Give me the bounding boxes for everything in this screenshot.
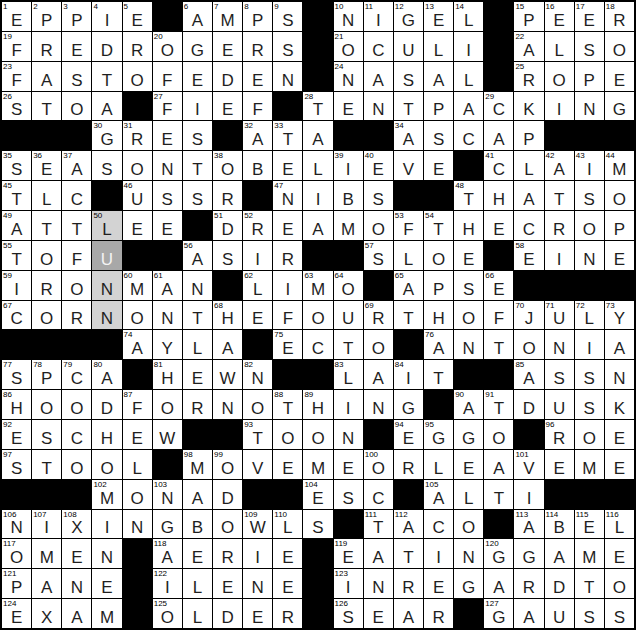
cell-r14c5[interactable]: 87F bbox=[123, 390, 152, 419]
cell-r20c19[interactable]: D bbox=[545, 569, 574, 598]
cell-r9c1[interactable]: 55T bbox=[2, 241, 31, 270]
cell-r6c7[interactable]: T bbox=[183, 151, 212, 180]
cell-r6c15[interactable]: E bbox=[424, 151, 453, 180]
cell-r5c6[interactable]: E bbox=[153, 121, 182, 150]
cell-r4c3[interactable]: O bbox=[62, 92, 91, 121]
cell-r18c14[interactable]: 112A bbox=[394, 510, 423, 539]
cell-r20c8[interactable]: E bbox=[213, 569, 242, 598]
cell-r4c1[interactable]: 26S bbox=[2, 92, 31, 121]
cell-r1c15[interactable]: 13E bbox=[424, 2, 453, 31]
cell-r13c4[interactable]: 80A bbox=[92, 360, 121, 389]
cell-r4c6[interactable]: 27F bbox=[153, 92, 182, 121]
cell-r14c19[interactable]: U bbox=[545, 390, 574, 419]
cell-r3c18[interactable]: 25R bbox=[514, 62, 543, 91]
cell-r21c14[interactable]: A bbox=[394, 599, 423, 628]
cell-r5c5[interactable]: 31R bbox=[123, 121, 152, 150]
cell-r16c21[interactable]: E bbox=[605, 450, 634, 479]
cell-r6c8[interactable]: 38O bbox=[213, 151, 242, 180]
cell-r16c17[interactable]: A bbox=[484, 450, 513, 479]
cell-r9c21[interactable]: E bbox=[605, 241, 634, 270]
cell-r6c6[interactable]: N bbox=[153, 151, 182, 180]
cell-r13c8[interactable]: W bbox=[213, 360, 242, 389]
cell-r2c12[interactable]: 21O bbox=[334, 32, 363, 61]
cell-r14c2[interactable]: O bbox=[32, 390, 61, 419]
cell-r11c10[interactable]: F bbox=[273, 301, 302, 330]
cell-r19c3[interactable]: E bbox=[62, 539, 91, 568]
cell-r3c6[interactable]: F bbox=[153, 62, 182, 91]
cell-r4c16[interactable]: A bbox=[454, 92, 483, 121]
cell-r10c16[interactable]: S bbox=[454, 271, 483, 300]
cell-r15c5[interactable]: E bbox=[123, 420, 152, 449]
cell-r3c7[interactable]: E bbox=[183, 62, 212, 91]
cell-r13c19[interactable]: S bbox=[545, 360, 574, 389]
cell-r8c8[interactable]: 51D bbox=[213, 211, 242, 240]
cell-r20c14[interactable]: R bbox=[394, 569, 423, 598]
cell-r19c8[interactable]: R bbox=[213, 539, 242, 568]
cell-r21c17[interactable]: 127G bbox=[484, 599, 513, 628]
cell-r20c9[interactable]: N bbox=[243, 569, 272, 598]
cell-r17c18[interactable]: I bbox=[514, 480, 543, 509]
cell-r15c3[interactable]: C bbox=[62, 420, 91, 449]
cell-r9c7[interactable]: 56A bbox=[183, 241, 212, 270]
cell-r17c6[interactable]: 103N bbox=[153, 480, 182, 509]
cell-r19c10[interactable]: E bbox=[273, 539, 302, 568]
cell-r12c10[interactable]: 75E bbox=[273, 330, 302, 359]
cell-r4c13[interactable]: N bbox=[364, 92, 393, 121]
cell-r2c6[interactable]: 20O bbox=[153, 32, 182, 61]
cell-r8c14[interactable]: 53F bbox=[394, 211, 423, 240]
cell-r17c17[interactable]: T bbox=[484, 480, 513, 509]
cell-r3c14[interactable]: S bbox=[394, 62, 423, 91]
cell-r7c8[interactable]: R bbox=[213, 181, 242, 210]
cell-r21c9[interactable]: E bbox=[243, 599, 272, 628]
cell-r21c18[interactable]: A bbox=[514, 599, 543, 628]
cell-r2c3[interactable]: E bbox=[62, 32, 91, 61]
cell-r17c4[interactable]: 102M bbox=[92, 480, 121, 509]
cell-r18c8[interactable]: O bbox=[213, 510, 242, 539]
cell-r6c10[interactable]: E bbox=[273, 151, 302, 180]
cell-r6c5[interactable]: O bbox=[123, 151, 152, 180]
cell-r1c10[interactable]: 9S bbox=[273, 2, 302, 31]
cell-r12c15[interactable]: 76A bbox=[424, 330, 453, 359]
cell-r11c21[interactable]: 73Y bbox=[605, 301, 634, 330]
cell-r15c20[interactable]: O bbox=[575, 420, 604, 449]
cell-r10c17[interactable]: 66E bbox=[484, 271, 513, 300]
cell-r21c3[interactable]: A bbox=[62, 599, 91, 628]
cell-r3c8[interactable]: D bbox=[213, 62, 242, 91]
cell-r4c21[interactable]: G bbox=[605, 92, 634, 121]
cell-r21c20[interactable]: S bbox=[575, 599, 604, 628]
cell-r9c19[interactable]: I bbox=[545, 241, 574, 270]
cell-r13c20[interactable]: S bbox=[575, 360, 604, 389]
cell-r13c2[interactable]: 78P bbox=[32, 360, 61, 389]
cell-r11c12[interactable]: U bbox=[334, 301, 363, 330]
cell-r3c5[interactable]: O bbox=[123, 62, 152, 91]
cell-r21c12[interactable]: 126S bbox=[334, 599, 363, 628]
cell-r18c2[interactable]: 107I bbox=[32, 510, 61, 539]
cell-r19c19[interactable]: A bbox=[545, 539, 574, 568]
cell-r4c2[interactable]: T bbox=[32, 92, 61, 121]
cell-r10c7[interactable]: N bbox=[183, 271, 212, 300]
cell-r4c20[interactable]: N bbox=[575, 92, 604, 121]
cell-r15c17[interactable]: O bbox=[484, 420, 513, 449]
cell-r18c18[interactable]: 113A bbox=[514, 510, 543, 539]
cell-r11c14[interactable]: T bbox=[394, 301, 423, 330]
cell-r3c2[interactable]: A bbox=[32, 62, 61, 91]
cell-r1c16[interactable]: 14L bbox=[454, 2, 483, 31]
cell-r5c4[interactable]: 30G bbox=[92, 121, 121, 150]
cell-r7c7[interactable]: S bbox=[183, 181, 212, 210]
cell-r6c20[interactable]: 43I bbox=[575, 151, 604, 180]
cell-r11c9[interactable]: E bbox=[243, 301, 272, 330]
cell-r12c13[interactable]: O bbox=[364, 330, 393, 359]
cell-r5c10[interactable]: 33T bbox=[273, 121, 302, 150]
cell-r21c13[interactable]: E bbox=[364, 599, 393, 628]
cell-r10c9[interactable]: 62L bbox=[243, 271, 272, 300]
cell-r21c2[interactable]: X bbox=[32, 599, 61, 628]
cell-r20c13[interactable]: N bbox=[364, 569, 393, 598]
cell-r19c13[interactable]: A bbox=[364, 539, 393, 568]
cell-r16c14[interactable]: R bbox=[394, 450, 423, 479]
cell-r10c6[interactable]: 61A bbox=[153, 271, 182, 300]
cell-r17c15[interactable]: 105A bbox=[424, 480, 453, 509]
cell-r7c1[interactable]: 45T bbox=[2, 181, 31, 210]
cell-r16c15[interactable]: L bbox=[424, 450, 453, 479]
cell-r3c21[interactable]: E bbox=[605, 62, 634, 91]
cell-r7c17[interactable]: H bbox=[484, 181, 513, 210]
cell-r13c21[interactable]: N bbox=[605, 360, 634, 389]
cell-r13c9[interactable]: 82N bbox=[243, 360, 272, 389]
cell-r15c14[interactable]: 94E bbox=[394, 420, 423, 449]
cell-r6c19[interactable]: 42A bbox=[545, 151, 574, 180]
cell-r8c17[interactable]: E bbox=[484, 211, 513, 240]
cell-r14c11[interactable]: 89H bbox=[303, 390, 332, 419]
cell-r5c14[interactable]: 34A bbox=[394, 121, 423, 150]
cell-r6c18[interactable]: L bbox=[514, 151, 543, 180]
cell-r20c7[interactable]: L bbox=[183, 569, 212, 598]
cell-r20c3[interactable]: N bbox=[62, 569, 91, 598]
cell-r20c16[interactable]: G bbox=[454, 569, 483, 598]
cell-r20c18[interactable]: R bbox=[514, 569, 543, 598]
cell-r4c18[interactable]: K bbox=[514, 92, 543, 121]
cell-r4c17[interactable]: 29C bbox=[484, 92, 513, 121]
cell-r16c18[interactable]: 101V bbox=[514, 450, 543, 479]
cell-r6c17[interactable]: 41C bbox=[484, 151, 513, 180]
cell-r3c16[interactable]: L bbox=[454, 62, 483, 91]
cell-r6c3[interactable]: 37A bbox=[62, 151, 91, 180]
cell-r20c10[interactable]: E bbox=[273, 569, 302, 598]
cell-r16c20[interactable]: M bbox=[575, 450, 604, 479]
cell-r20c21[interactable]: O bbox=[605, 569, 634, 598]
cell-r4c4[interactable]: A bbox=[92, 92, 121, 121]
cell-r9c4[interactable]: U bbox=[92, 241, 121, 270]
cell-r7c19[interactable]: T bbox=[545, 181, 574, 210]
cell-r8c4[interactable]: 50L bbox=[92, 211, 121, 240]
cell-r2c16[interactable]: I bbox=[454, 32, 483, 61]
cell-r11c19[interactable]: 71U bbox=[545, 301, 574, 330]
cell-r11c5[interactable]: O bbox=[123, 301, 152, 330]
cell-r1c19[interactable]: 16E bbox=[545, 2, 574, 31]
cell-r5c15[interactable]: S bbox=[424, 121, 453, 150]
cell-r7c18[interactable]: A bbox=[514, 181, 543, 210]
cell-r10c10[interactable]: I bbox=[273, 271, 302, 300]
cell-r13c7[interactable]: E bbox=[183, 360, 212, 389]
cell-r10c4[interactable]: N bbox=[92, 271, 121, 300]
cell-r21c21[interactable]: S bbox=[605, 599, 634, 628]
cell-r16c4[interactable]: O bbox=[92, 450, 121, 479]
cell-r5c11[interactable]: A bbox=[303, 121, 332, 150]
cell-r18c5[interactable]: N bbox=[123, 510, 152, 539]
cell-r5c18[interactable]: P bbox=[514, 121, 543, 150]
cell-r9c20[interactable]: N bbox=[575, 241, 604, 270]
cell-r3c4[interactable]: T bbox=[92, 62, 121, 91]
cell-r14c14[interactable]: G bbox=[394, 390, 423, 419]
cell-r20c6[interactable]: 122I bbox=[153, 569, 182, 598]
cell-r15c11[interactable]: O bbox=[303, 420, 332, 449]
cell-r14c7[interactable]: R bbox=[183, 390, 212, 419]
cell-r11c6[interactable]: N bbox=[153, 301, 182, 330]
cell-r4c14[interactable]: T bbox=[394, 92, 423, 121]
cell-r13c15[interactable]: T bbox=[424, 360, 453, 389]
cell-r15c6[interactable]: W bbox=[153, 420, 182, 449]
cell-r2c2[interactable]: R bbox=[32, 32, 61, 61]
cell-r20c1[interactable]: 121P bbox=[2, 569, 31, 598]
cell-r2c13[interactable]: C bbox=[364, 32, 393, 61]
cell-r13c6[interactable]: 81H bbox=[153, 360, 182, 389]
cell-r3c20[interactable]: P bbox=[575, 62, 604, 91]
cell-r17c8[interactable]: D bbox=[213, 480, 242, 509]
cell-r4c7[interactable]: I bbox=[183, 92, 212, 121]
cell-r3c13[interactable]: A bbox=[364, 62, 393, 91]
cell-r19c6[interactable]: 118A bbox=[153, 539, 182, 568]
cell-r2c7[interactable]: G bbox=[183, 32, 212, 61]
cell-r16c8[interactable]: 99O bbox=[213, 450, 242, 479]
cell-r1c7[interactable]: 6A bbox=[183, 2, 212, 31]
cell-r18c10[interactable]: 110L bbox=[273, 510, 302, 539]
cell-r7c12[interactable]: B bbox=[334, 181, 363, 210]
cell-r19c14[interactable]: T bbox=[394, 539, 423, 568]
cell-r5c17[interactable]: A bbox=[484, 121, 513, 150]
cell-r6c4[interactable]: S bbox=[92, 151, 121, 180]
cell-r2c15[interactable]: L bbox=[424, 32, 453, 61]
cell-r15c10[interactable]: O bbox=[273, 420, 302, 449]
cell-r3c15[interactable]: A bbox=[424, 62, 453, 91]
cell-r14c10[interactable]: 88T bbox=[273, 390, 302, 419]
cell-r20c12[interactable]: 123I bbox=[334, 569, 363, 598]
cell-r14c21[interactable]: K bbox=[605, 390, 634, 419]
cell-r19c7[interactable]: E bbox=[183, 539, 212, 568]
cell-r1c13[interactable]: 11I bbox=[364, 2, 393, 31]
cell-r15c1[interactable]: 92E bbox=[2, 420, 31, 449]
cell-r16c16[interactable]: E bbox=[454, 450, 483, 479]
cell-r19c16[interactable]: N bbox=[454, 539, 483, 568]
cell-r7c16[interactable]: 48T bbox=[454, 181, 483, 210]
cell-r11c11[interactable]: O bbox=[303, 301, 332, 330]
cell-r7c5[interactable]: 46U bbox=[123, 181, 152, 210]
cell-r20c2[interactable]: A bbox=[32, 569, 61, 598]
cell-r15c9[interactable]: 93T bbox=[243, 420, 272, 449]
cell-r17c5[interactable]: O bbox=[123, 480, 152, 509]
cell-r8c1[interactable]: 49A bbox=[2, 211, 31, 240]
cell-r6c12[interactable]: 39I bbox=[334, 151, 363, 180]
cell-r13c13[interactable]: A bbox=[364, 360, 393, 389]
cell-r14c3[interactable]: O bbox=[62, 390, 91, 419]
cell-r12c12[interactable]: T bbox=[334, 330, 363, 359]
cell-r18c6[interactable]: G bbox=[153, 510, 182, 539]
cell-r20c15[interactable]: E bbox=[424, 569, 453, 598]
cell-r8c12[interactable]: M bbox=[334, 211, 363, 240]
cell-r11c1[interactable]: 67C bbox=[2, 301, 31, 330]
cell-r9c3[interactable]: F bbox=[62, 241, 91, 270]
cell-r21c10[interactable]: R bbox=[273, 599, 302, 628]
cell-r14c1[interactable]: 86H bbox=[2, 390, 31, 419]
cell-r13c14[interactable]: 84I bbox=[394, 360, 423, 389]
cell-r9c10[interactable]: R bbox=[273, 241, 302, 270]
cell-r1c9[interactable]: 8P bbox=[243, 2, 272, 31]
cell-r7c21[interactable]: O bbox=[605, 181, 634, 210]
cell-r8c9[interactable]: 52R bbox=[243, 211, 272, 240]
cell-r8c3[interactable]: T bbox=[62, 211, 91, 240]
cell-r11c8[interactable]: 68H bbox=[213, 301, 242, 330]
cell-r17c7[interactable]: A bbox=[183, 480, 212, 509]
cell-r8c20[interactable]: O bbox=[575, 211, 604, 240]
cell-r9c16[interactable]: E bbox=[454, 241, 483, 270]
cell-r11c20[interactable]: 72L bbox=[575, 301, 604, 330]
cell-r6c11[interactable]: L bbox=[303, 151, 332, 180]
cell-r8c2[interactable]: T bbox=[32, 211, 61, 240]
cell-r11c7[interactable]: T bbox=[183, 301, 212, 330]
cell-r4c9[interactable]: F bbox=[243, 92, 272, 121]
cell-r19c2[interactable]: M bbox=[32, 539, 61, 568]
cell-r2c4[interactable]: D bbox=[92, 32, 121, 61]
cell-r15c16[interactable]: G bbox=[454, 420, 483, 449]
cell-r7c20[interactable]: S bbox=[575, 181, 604, 210]
cell-r8c18[interactable]: C bbox=[514, 211, 543, 240]
cell-r5c16[interactable]: C bbox=[454, 121, 483, 150]
cell-r2c19[interactable]: L bbox=[545, 32, 574, 61]
cell-r2c9[interactable]: R bbox=[243, 32, 272, 61]
cell-r4c8[interactable]: E bbox=[213, 92, 242, 121]
cell-r19c12[interactable]: 119E bbox=[334, 539, 363, 568]
cell-r10c15[interactable]: P bbox=[424, 271, 453, 300]
cell-r10c12[interactable]: 64O bbox=[334, 271, 363, 300]
cell-r2c21[interactable]: O bbox=[605, 32, 634, 61]
cell-r6c1[interactable]: 35S bbox=[2, 151, 31, 180]
cell-r12c6[interactable]: Y bbox=[153, 330, 182, 359]
cell-r12c17[interactable]: T bbox=[484, 330, 513, 359]
cell-r16c10[interactable]: E bbox=[273, 450, 302, 479]
cell-r1c5[interactable]: 5E bbox=[123, 2, 152, 31]
cell-r12c16[interactable]: N bbox=[454, 330, 483, 359]
cell-r11c15[interactable]: H bbox=[424, 301, 453, 330]
cell-r19c1[interactable]: 117O bbox=[2, 539, 31, 568]
cell-r16c12[interactable]: E bbox=[334, 450, 363, 479]
cell-r9c14[interactable]: L bbox=[394, 241, 423, 270]
cell-r9c13[interactable]: 57S bbox=[364, 241, 393, 270]
cell-r10c11[interactable]: 63M bbox=[303, 271, 332, 300]
cell-r2c5[interactable]: R bbox=[123, 32, 152, 61]
cell-r14c18[interactable]: D bbox=[514, 390, 543, 419]
cell-r12c5[interactable]: 74A bbox=[123, 330, 152, 359]
cell-r15c15[interactable]: 95G bbox=[424, 420, 453, 449]
cell-r12c8[interactable]: A bbox=[213, 330, 242, 359]
cell-r21c8[interactable]: D bbox=[213, 599, 242, 628]
cell-r1c2[interactable]: 2P bbox=[32, 2, 61, 31]
cell-r8c5[interactable]: E bbox=[123, 211, 152, 240]
cell-r18c3[interactable]: 108X bbox=[62, 510, 91, 539]
cell-r15c4[interactable]: H bbox=[92, 420, 121, 449]
cell-r16c3[interactable]: O bbox=[62, 450, 91, 479]
cell-r9c18[interactable]: 58E bbox=[514, 241, 543, 270]
cell-r13c12[interactable]: 83L bbox=[334, 360, 363, 389]
cell-r4c19[interactable]: I bbox=[545, 92, 574, 121]
cell-r20c4[interactable]: E bbox=[92, 569, 121, 598]
cell-r18c7[interactable]: B bbox=[183, 510, 212, 539]
cell-r10c14[interactable]: 65A bbox=[394, 271, 423, 300]
cell-r1c8[interactable]: 7M bbox=[213, 2, 242, 31]
cell-r6c9[interactable]: B bbox=[243, 151, 272, 180]
cell-r3c10[interactable]: N bbox=[273, 62, 302, 91]
cell-r7c6[interactable]: S bbox=[153, 181, 182, 210]
cell-r14c13[interactable]: N bbox=[364, 390, 393, 419]
cell-r17c11[interactable]: 104E bbox=[303, 480, 332, 509]
cell-r20c17[interactable]: A bbox=[484, 569, 513, 598]
cell-r18c16[interactable]: O bbox=[454, 510, 483, 539]
cell-r19c21[interactable]: E bbox=[605, 539, 634, 568]
cell-r16c5[interactable]: L bbox=[123, 450, 152, 479]
cell-r18c4[interactable]: I bbox=[92, 510, 121, 539]
cell-r7c3[interactable]: C bbox=[62, 181, 91, 210]
cell-r3c3[interactable]: S bbox=[62, 62, 91, 91]
cell-r15c12[interactable]: N bbox=[334, 420, 363, 449]
cell-r6c2[interactable]: 36E bbox=[32, 151, 61, 180]
cell-r9c15[interactable]: O bbox=[424, 241, 453, 270]
cell-r3c9[interactable]: E bbox=[243, 62, 272, 91]
cell-r14c9[interactable]: O bbox=[243, 390, 272, 419]
cell-r18c15[interactable]: C bbox=[424, 510, 453, 539]
cell-r5c7[interactable]: S bbox=[183, 121, 212, 150]
cell-r16c9[interactable]: V bbox=[243, 450, 272, 479]
cell-r7c2[interactable]: L bbox=[32, 181, 61, 210]
cell-r16c1[interactable]: 97S bbox=[2, 450, 31, 479]
cell-r2c10[interactable]: S bbox=[273, 32, 302, 61]
cell-r12c11[interactable]: C bbox=[303, 330, 332, 359]
cell-r11c16[interactable]: O bbox=[454, 301, 483, 330]
cell-r12c7[interactable]: L bbox=[183, 330, 212, 359]
cell-r21c7[interactable]: L bbox=[183, 599, 212, 628]
cell-r19c15[interactable]: I bbox=[424, 539, 453, 568]
cell-r17c16[interactable]: L bbox=[454, 480, 483, 509]
cell-r18c1[interactable]: 106N bbox=[2, 510, 31, 539]
cell-r11c17[interactable]: F bbox=[484, 301, 513, 330]
cell-r6c14[interactable]: V bbox=[394, 151, 423, 180]
cell-r14c16[interactable]: 90A bbox=[454, 390, 483, 419]
cell-r3c1[interactable]: 23F bbox=[2, 62, 31, 91]
cell-r1c12[interactable]: 10N bbox=[334, 2, 363, 31]
cell-r15c2[interactable]: S bbox=[32, 420, 61, 449]
cell-r12c20[interactable]: I bbox=[575, 330, 604, 359]
cell-r19c20[interactable]: M bbox=[575, 539, 604, 568]
cell-r16c2[interactable]: T bbox=[32, 450, 61, 479]
cell-r2c8[interactable]: E bbox=[213, 32, 242, 61]
cell-r8c10[interactable]: E bbox=[273, 211, 302, 240]
cell-r1c3[interactable]: 3P bbox=[62, 2, 91, 31]
cell-r4c12[interactable]: E bbox=[334, 92, 363, 121]
cell-r2c20[interactable]: S bbox=[575, 32, 604, 61]
cell-r20c20[interactable]: T bbox=[575, 569, 604, 598]
cell-r8c6[interactable]: E bbox=[153, 211, 182, 240]
cell-r12c21[interactable]: A bbox=[605, 330, 634, 359]
